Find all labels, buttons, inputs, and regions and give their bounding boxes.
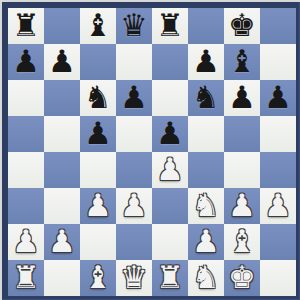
black-pawn[interactable]: ♟ — [228, 80, 256, 115]
black-pawn[interactable]: ♟ — [12, 44, 40, 79]
square-a8[interactable]: ♜ — [8, 8, 44, 44]
square-c1[interactable]: ♝ — [80, 260, 116, 296]
square-e5[interactable]: ♟ — [152, 116, 188, 152]
square-a2[interactable]: ♟ — [8, 224, 44, 260]
square-b7[interactable]: ♟ — [44, 44, 80, 80]
black-rook[interactable]: ♜ — [156, 8, 184, 43]
white-rook[interactable]: ♜ — [12, 260, 40, 295]
square-h8[interactable] — [260, 8, 296, 44]
square-e1[interactable]: ♜ — [152, 260, 188, 296]
square-e2[interactable] — [152, 224, 188, 260]
square-h2[interactable] — [260, 224, 296, 260]
black-king[interactable]: ♚ — [228, 8, 256, 43]
white-pawn[interactable]: ♟ — [84, 188, 112, 223]
square-d2[interactable] — [116, 224, 152, 260]
square-a7[interactable]: ♟ — [8, 44, 44, 80]
square-g7[interactable]: ♝ — [224, 44, 260, 80]
square-g3[interactable]: ♟ — [224, 188, 260, 224]
black-bishop[interactable]: ♝ — [84, 8, 112, 43]
square-h6[interactable]: ♟ — [260, 80, 296, 116]
square-g6[interactable]: ♟ — [224, 80, 260, 116]
square-d4[interactable] — [116, 152, 152, 188]
white-king[interactable]: ♚ — [228, 260, 256, 295]
square-c8[interactable]: ♝ — [80, 8, 116, 44]
white-bishop[interactable]: ♝ — [84, 260, 112, 295]
black-pawn[interactable]: ♟ — [264, 80, 292, 115]
white-pawn[interactable]: ♟ — [264, 188, 292, 223]
square-c6[interactable]: ♞ — [80, 80, 116, 116]
square-b3[interactable] — [44, 188, 80, 224]
square-c3[interactable]: ♟ — [80, 188, 116, 224]
white-bishop[interactable]: ♝ — [228, 224, 256, 259]
square-a4[interactable] — [8, 152, 44, 188]
black-pawn[interactable]: ♟ — [84, 116, 112, 151]
white-pawn[interactable]: ♟ — [228, 188, 256, 223]
square-h7[interactable] — [260, 44, 296, 80]
black-queen[interactable]: ♛ — [120, 8, 148, 43]
square-g2[interactable]: ♝ — [224, 224, 260, 260]
square-b1[interactable] — [44, 260, 80, 296]
square-f1[interactable]: ♞ — [188, 260, 224, 296]
black-pawn[interactable]: ♟ — [156, 116, 184, 151]
square-b4[interactable] — [44, 152, 80, 188]
black-bishop[interactable]: ♝ — [228, 44, 256, 79]
square-h4[interactable] — [260, 152, 296, 188]
black-knight[interactable]: ♞ — [192, 80, 220, 115]
square-h5[interactable] — [260, 116, 296, 152]
square-g1[interactable]: ♚ — [224, 260, 260, 296]
chess-board: ♜♝♛♜♚♟♟♟♝♞♟♞♟♟♟♟♟♟♟♞♟♟♟♟♟♝♜♝♛♜♞♚ — [8, 8, 296, 296]
square-h1[interactable] — [260, 260, 296, 296]
square-d5[interactable] — [116, 116, 152, 152]
square-d7[interactable] — [116, 44, 152, 80]
square-g5[interactable] — [224, 116, 260, 152]
white-pawn[interactable]: ♟ — [12, 224, 40, 259]
black-knight[interactable]: ♞ — [84, 80, 112, 115]
square-b6[interactable] — [44, 80, 80, 116]
square-f3[interactable]: ♞ — [188, 188, 224, 224]
square-b5[interactable] — [44, 116, 80, 152]
square-c5[interactable]: ♟ — [80, 116, 116, 152]
square-d1[interactable]: ♛ — [116, 260, 152, 296]
white-queen[interactable]: ♛ — [120, 260, 148, 295]
square-h3[interactable]: ♟ — [260, 188, 296, 224]
square-g4[interactable] — [224, 152, 260, 188]
square-f2[interactable]: ♟ — [188, 224, 224, 260]
square-d3[interactable]: ♟ — [116, 188, 152, 224]
white-rook[interactable]: ♜ — [156, 260, 184, 295]
square-f5[interactable] — [188, 116, 224, 152]
black-rook[interactable]: ♜ — [12, 8, 40, 43]
square-b2[interactable]: ♟ — [44, 224, 80, 260]
square-c2[interactable] — [80, 224, 116, 260]
square-a5[interactable] — [8, 116, 44, 152]
square-b8[interactable] — [44, 8, 80, 44]
square-c4[interactable] — [80, 152, 116, 188]
square-c7[interactable] — [80, 44, 116, 80]
black-pawn[interactable]: ♟ — [192, 44, 220, 79]
square-a3[interactable] — [8, 188, 44, 224]
black-pawn[interactable]: ♟ — [120, 80, 148, 115]
white-pawn[interactable]: ♟ — [48, 224, 76, 259]
black-pawn[interactable]: ♟ — [48, 44, 76, 79]
square-e3[interactable] — [152, 188, 188, 224]
square-e4[interactable]: ♟ — [152, 152, 188, 188]
square-e6[interactable] — [152, 80, 188, 116]
white-pawn[interactable]: ♟ — [156, 152, 184, 187]
square-d8[interactable]: ♛ — [116, 8, 152, 44]
white-pawn[interactable]: ♟ — [192, 224, 220, 259]
square-e7[interactable] — [152, 44, 188, 80]
square-f8[interactable] — [188, 8, 224, 44]
square-e8[interactable]: ♜ — [152, 8, 188, 44]
square-f4[interactable] — [188, 152, 224, 188]
square-g8[interactable]: ♚ — [224, 8, 260, 44]
white-pawn[interactable]: ♟ — [120, 188, 148, 223]
square-a6[interactable] — [8, 80, 44, 116]
chess-board-frame: ♜♝♛♜♚♟♟♟♝♞♟♞♟♟♟♟♟♟♟♞♟♟♟♟♟♝♜♝♛♜♞♚ — [0, 0, 300, 300]
white-knight[interactable]: ♞ — [192, 260, 220, 295]
white-knight[interactable]: ♞ — [192, 188, 220, 223]
square-f6[interactable]: ♞ — [188, 80, 224, 116]
square-d6[interactable]: ♟ — [116, 80, 152, 116]
square-f7[interactable]: ♟ — [188, 44, 224, 80]
square-a1[interactable]: ♜ — [8, 260, 44, 296]
